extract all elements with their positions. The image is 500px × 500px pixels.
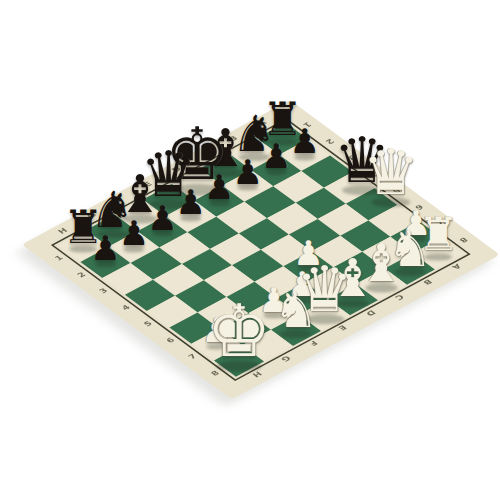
offboard-white-queen: ♛	[363, 141, 419, 204]
white-king-h8: ♚	[207, 295, 272, 367]
black-pawn-f2: ♟	[147, 201, 177, 235]
chess-set-photo: 1122334455667788AABBCCDDEEFFGGHH ♜♞♝♛♚♝♞…	[0, 0, 500, 500]
pieces-layer: ♜♞♝♛♚♝♞♜♟♟♟♟♟♟♟♟♜♞♝♝♛♞♚♟♟♟♟♟♛♛	[0, 0, 500, 500]
black-pawn-g2: ♟	[119, 216, 149, 250]
black-pawn-d2: ♟	[204, 170, 234, 204]
black-pawn-h2: ♟	[90, 231, 120, 265]
white-knight-f8: ♞	[274, 285, 319, 335]
black-pawn-e2: ♟	[176, 185, 206, 219]
black-pawn-c2: ♟	[233, 155, 263, 189]
black-pawn-b2: ♟	[261, 139, 291, 173]
black-pawn-a2: ♟	[289, 124, 319, 158]
